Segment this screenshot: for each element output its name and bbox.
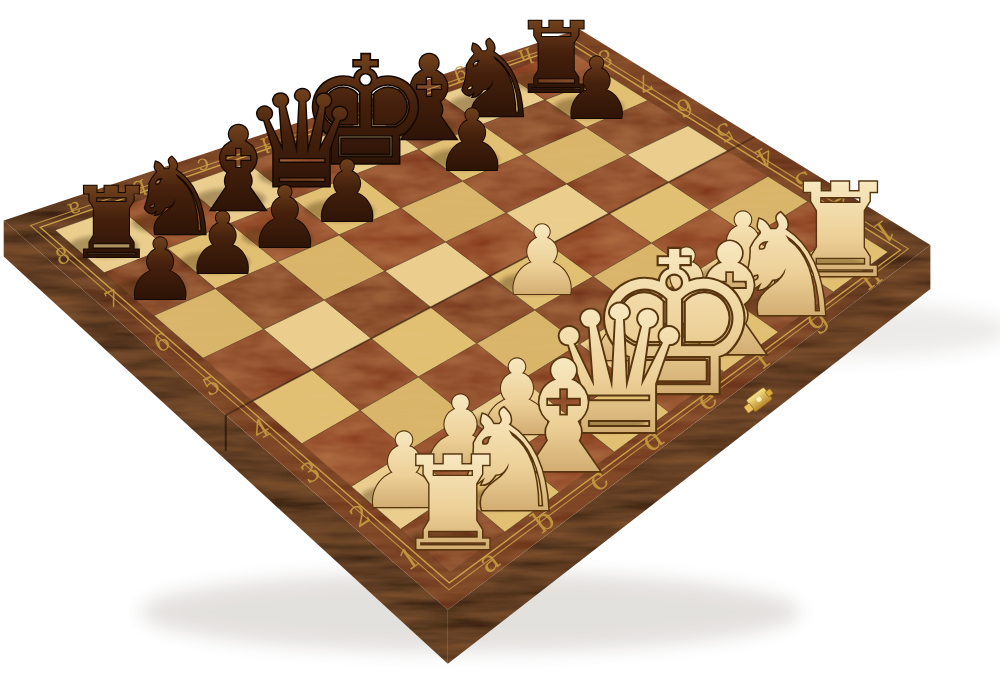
piece-white-rook-a1: ♜ <box>395 429 511 579</box>
piece-black-pawn-h7: ♟ <box>559 39 635 138</box>
piece-black-pawn-f7: ♟ <box>434 91 510 190</box>
product-photo-chess-set: aabbccddeeffgghh8877665544332211♜♞♟♝♚♟♛♝… <box>0 0 1000 683</box>
chess-board-photo: aabbccddeeffgghh8877665544332211♜♞♟♝♚♟♛♝… <box>0 0 1000 683</box>
piece-black-pawn-a7: ♟ <box>122 220 198 319</box>
